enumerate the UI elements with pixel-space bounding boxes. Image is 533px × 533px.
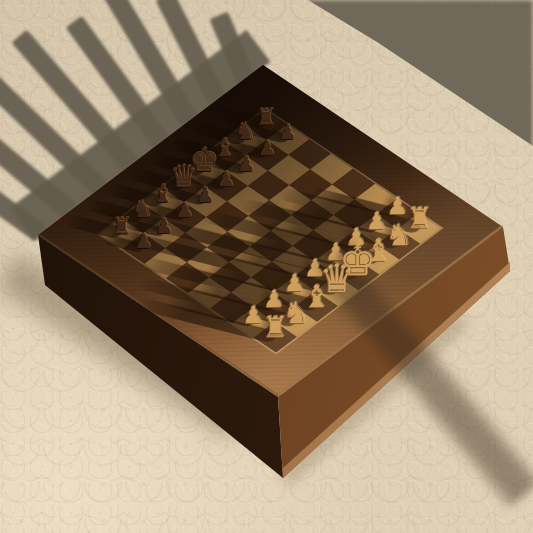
piece-black-pawn-g7[interactable]: ♟ [258, 138, 276, 158]
photo-canvas: { "game": "chess", "scene": "overhead an… [0, 0, 533, 533]
piece-black-pawn-h7[interactable]: ♟ [279, 123, 297, 143]
piece-white-pawn-h2[interactable]: ♟ [387, 194, 409, 218]
piece-black-pawn-b7[interactable]: ♟ [155, 216, 173, 236]
piece-white-pawn-b2[interactable]: ♟ [263, 287, 285, 311]
piece-black-knight-g8[interactable]: ♞ [234, 121, 255, 145]
piece-black-knight-b8[interactable]: ♞ [131, 198, 152, 222]
piece-black-pawn-a7[interactable]: ♟ [134, 232, 152, 252]
piece-black-pawn-f7[interactable]: ♟ [237, 154, 255, 174]
piece-white-rook-a1[interactable]: ♜ [262, 314, 288, 343]
piece-black-pawn-d7[interactable]: ♟ [196, 185, 214, 205]
piece-black-rook-h8[interactable]: ♜ [255, 106, 276, 129]
piece-white-pawn-a2[interactable]: ♟ [243, 303, 265, 327]
piece-black-pawn-e7[interactable]: ♟ [217, 169, 235, 189]
piece-black-pawn-c7[interactable]: ♟ [176, 201, 194, 221]
pieces-layer: ♜♞♝♛♚♝♞♜♟♟♟♟♟♟♟♟♟♟♟♟♟♟♟♟♜♞♝♛♚♝♞♜ [0, 0, 533, 533]
piece-black-bishop-c8[interactable]: ♝ [152, 182, 174, 207]
piece-black-rook-a8[interactable]: ♜ [111, 215, 132, 238]
piece-white-pawn-g2[interactable]: ♟ [366, 209, 388, 233]
